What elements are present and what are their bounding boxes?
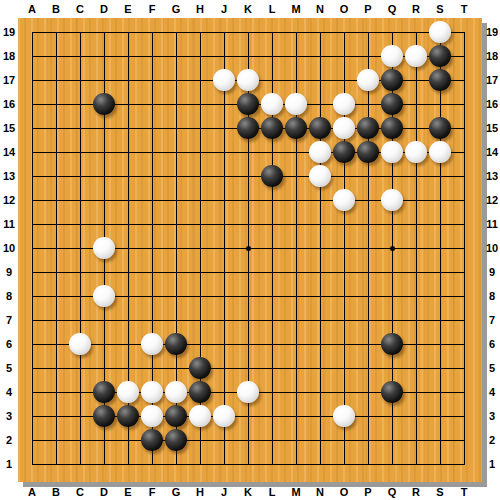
stone-white-R14[interactable]	[405, 141, 427, 163]
stone-black-S18[interactable]	[429, 45, 451, 67]
coord-label-top-O: O	[340, 4, 349, 15]
coord-label-left-11: 11	[3, 219, 15, 230]
stone-white-S19[interactable]	[429, 21, 451, 43]
coord-label-right-1: 1	[489, 459, 495, 470]
coord-label-left-14: 14	[3, 147, 15, 158]
star-point-Q10	[390, 246, 395, 251]
coord-label-right-4: 4	[489, 387, 495, 398]
coord-label-left-2: 2	[6, 435, 12, 446]
coord-label-right-3: 3	[489, 411, 495, 422]
stone-black-P14[interactable]	[357, 141, 379, 163]
stone-black-H5[interactable]	[189, 357, 211, 379]
coord-label-right-7: 7	[489, 315, 495, 326]
stone-black-F2[interactable]	[141, 429, 163, 451]
stone-black-K16[interactable]	[237, 93, 259, 115]
stone-black-Q4[interactable]	[381, 381, 403, 403]
coord-label-top-P: P	[364, 4, 371, 15]
coord-label-top-S: S	[436, 4, 443, 15]
stone-black-D16[interactable]	[93, 93, 115, 115]
grid-line-vertical	[440, 32, 441, 465]
stone-white-J3[interactable]	[213, 405, 235, 427]
coord-label-bottom-S: S	[436, 487, 443, 498]
coord-label-left-10: 10	[3, 243, 15, 254]
coord-label-left-9: 9	[6, 267, 12, 278]
stone-black-E3[interactable]	[117, 405, 139, 427]
coord-label-left-18: 18	[3, 51, 15, 62]
coord-label-bottom-G: G	[172, 487, 181, 498]
coord-label-left-6: 6	[6, 339, 12, 350]
coord-label-bottom-H: H	[196, 487, 204, 498]
stone-white-O15[interactable]	[333, 117, 355, 139]
coord-label-right-13: 13	[486, 171, 498, 182]
coord-label-right-6: 6	[489, 339, 495, 350]
stone-black-S15[interactable]	[429, 117, 451, 139]
coord-label-left-1: 1	[6, 459, 12, 470]
stone-black-Q17[interactable]	[381, 69, 403, 91]
coord-label-top-N: N	[316, 4, 324, 15]
coord-label-right-16: 16	[486, 99, 498, 110]
coord-label-bottom-P: P	[364, 487, 371, 498]
coord-label-top-H: H	[196, 4, 204, 15]
coord-label-left-3: 3	[6, 411, 12, 422]
goban[interactable]	[18, 18, 482, 482]
coord-label-bottom-L: L	[269, 487, 276, 498]
stone-black-M15[interactable]	[285, 117, 307, 139]
grid-line-vertical	[464, 32, 465, 465]
grid-line-vertical	[416, 32, 417, 465]
coord-label-top-M: M	[291, 4, 300, 15]
stone-white-S14[interactable]	[429, 141, 451, 163]
stone-white-D8[interactable]	[93, 285, 115, 307]
grid-line-horizontal	[32, 464, 465, 465]
stone-black-L15[interactable]	[261, 117, 283, 139]
stone-black-G6[interactable]	[165, 333, 187, 355]
stone-black-H4[interactable]	[189, 381, 211, 403]
stone-black-K15[interactable]	[237, 117, 259, 139]
coord-label-bottom-O: O	[340, 487, 349, 498]
stone-white-E4[interactable]	[117, 381, 139, 403]
coord-label-top-A: A	[28, 4, 36, 15]
stone-white-F4[interactable]	[141, 381, 163, 403]
coord-label-right-10: 10	[486, 243, 498, 254]
coord-label-left-16: 16	[3, 99, 15, 110]
grid-line-vertical	[320, 32, 321, 465]
stone-white-H3[interactable]	[189, 405, 211, 427]
coord-label-left-5: 5	[6, 363, 12, 374]
stone-white-K4[interactable]	[237, 381, 259, 403]
coord-label-bottom-E: E	[124, 487, 131, 498]
coord-label-bottom-Q: Q	[388, 487, 397, 498]
coord-label-top-R: R	[412, 4, 420, 15]
star-point-K10	[246, 246, 251, 251]
coord-label-left-15: 15	[3, 123, 15, 134]
stone-white-K17[interactable]	[237, 69, 259, 91]
coord-label-top-T: T	[461, 4, 468, 15]
stone-white-C6[interactable]	[69, 333, 91, 355]
coord-label-top-J: J	[221, 4, 227, 15]
stone-black-G2[interactable]	[165, 429, 187, 451]
stone-white-O3[interactable]	[333, 405, 355, 427]
coord-label-bottom-N: N	[316, 487, 324, 498]
coord-label-right-15: 15	[486, 123, 498, 134]
stone-white-O12[interactable]	[333, 189, 355, 211]
coord-label-left-13: 13	[3, 171, 15, 182]
stone-black-Q16[interactable]	[381, 93, 403, 115]
stone-black-S17[interactable]	[429, 69, 451, 91]
stone-white-O16[interactable]	[333, 93, 355, 115]
stone-white-Q12[interactable]	[381, 189, 403, 211]
stone-black-O14[interactable]	[333, 141, 355, 163]
coord-label-bottom-D: D	[100, 487, 108, 498]
grid-line-horizontal	[32, 272, 465, 273]
stone-white-N13[interactable]	[309, 165, 331, 187]
coord-label-right-2: 2	[489, 435, 495, 446]
stone-white-N14[interactable]	[309, 141, 331, 163]
stone-white-R18[interactable]	[405, 45, 427, 67]
stone-white-P17[interactable]	[357, 69, 379, 91]
coord-label-top-C: C	[76, 4, 84, 15]
stone-white-L16[interactable]	[261, 93, 283, 115]
grid-line-vertical	[368, 32, 369, 465]
coord-label-right-11: 11	[486, 219, 498, 230]
coord-label-right-9: 9	[489, 267, 495, 278]
coord-label-bottom-T: T	[461, 487, 468, 498]
coord-label-right-5: 5	[489, 363, 495, 374]
coord-label-bottom-M: M	[291, 487, 300, 498]
stone-black-D4[interactable]	[93, 381, 115, 403]
coord-label-right-8: 8	[489, 291, 495, 302]
coord-label-left-12: 12	[3, 195, 15, 206]
go-game-screenshot: AABBCCDDEEFFGGHHJJKKLLMMNNOOPPQQRRSSTT19…	[0, 0, 500, 500]
coord-label-bottom-A: A	[28, 487, 36, 498]
coord-label-bottom-R: R	[412, 487, 420, 498]
coord-label-left-4: 4	[6, 387, 12, 398]
coord-label-left-8: 8	[6, 291, 12, 302]
grid-line-horizontal	[32, 320, 465, 321]
grid-line-horizontal	[32, 368, 465, 369]
stone-white-J17[interactable]	[213, 69, 235, 91]
coord-label-bottom-J: J	[221, 487, 227, 498]
stone-white-G4[interactable]	[165, 381, 187, 403]
coord-label-top-E: E	[124, 4, 131, 15]
coord-label-top-K: K	[244, 4, 252, 15]
stone-black-L13[interactable]	[261, 165, 283, 187]
stone-black-D3[interactable]	[93, 405, 115, 427]
coord-label-right-17: 17	[486, 75, 498, 86]
coord-label-top-G: G	[172, 4, 181, 15]
coord-label-right-19: 19	[486, 27, 498, 38]
coord-label-top-B: B	[52, 4, 60, 15]
coord-label-right-14: 14	[486, 147, 498, 158]
stone-black-N15[interactable]	[309, 117, 331, 139]
stone-black-G3[interactable]	[165, 405, 187, 427]
coord-label-left-19: 19	[3, 27, 15, 38]
coord-label-right-18: 18	[486, 51, 498, 62]
stone-white-F6[interactable]	[141, 333, 163, 355]
coord-label-bottom-C: C	[76, 487, 84, 498]
stone-black-P15[interactable]	[357, 117, 379, 139]
coord-label-top-D: D	[100, 4, 108, 15]
coord-label-top-L: L	[269, 4, 276, 15]
coord-label-left-7: 7	[6, 315, 12, 326]
stone-white-M16[interactable]	[285, 93, 307, 115]
coord-label-top-Q: Q	[388, 4, 397, 15]
grid-line-horizontal	[32, 440, 465, 441]
coord-label-bottom-F: F	[149, 487, 156, 498]
stone-white-Q14[interactable]	[381, 141, 403, 163]
stone-white-D10[interactable]	[93, 237, 115, 259]
stone-white-F3[interactable]	[141, 405, 163, 427]
stone-black-Q6[interactable]	[381, 333, 403, 355]
coord-label-bottom-B: B	[52, 487, 60, 498]
stone-black-Q15[interactable]	[381, 117, 403, 139]
coord-label-top-F: F	[149, 4, 156, 15]
coord-label-left-17: 17	[3, 75, 15, 86]
coord-label-bottom-K: K	[244, 487, 252, 498]
coord-label-right-12: 12	[486, 195, 498, 206]
stone-white-Q18[interactable]	[381, 45, 403, 67]
